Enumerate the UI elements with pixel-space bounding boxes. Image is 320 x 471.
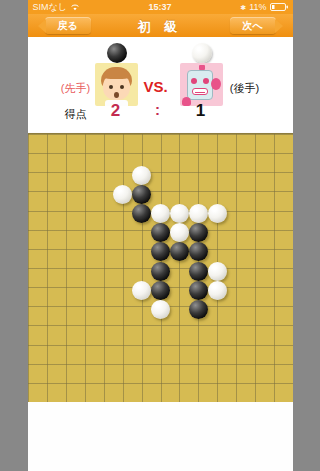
black-stone	[189, 300, 208, 319]
match-info-panel: (先手) (後手) VS. 得点 2 : 1	[28, 37, 293, 133]
black-stone-icon	[107, 43, 127, 63]
human-player-avatar	[95, 63, 138, 106]
black-stone	[132, 204, 151, 223]
board[interactable]	[28, 133, 293, 402]
nav-bar: 初 級 戻る 次へ	[28, 14, 293, 37]
score-label: 得点	[52, 107, 100, 122]
black-stone	[132, 185, 151, 204]
white-stone	[170, 223, 189, 242]
white-stone	[113, 185, 132, 204]
white-stone	[208, 262, 227, 281]
black-stone	[151, 242, 170, 261]
white-stone	[170, 204, 189, 223]
black-stone	[189, 242, 208, 261]
footer-blank-area	[28, 402, 293, 471]
vs-label: VS.	[136, 78, 176, 95]
white-stone	[189, 204, 208, 223]
next-button[interactable]: 次へ	[230, 17, 276, 34]
second-player-label: (後手)	[220, 81, 270, 96]
white-stone	[132, 281, 151, 300]
back-button[interactable]: 戻る	[45, 17, 91, 34]
black-stone	[189, 262, 208, 281]
white-stone	[208, 281, 227, 300]
first-player-label: (先手)	[51, 81, 101, 96]
white-stone	[151, 204, 170, 223]
black-stone	[151, 281, 170, 300]
black-stone	[189, 281, 208, 300]
score-separator: :	[143, 101, 173, 118]
white-stone	[151, 300, 170, 319]
black-stone	[151, 223, 170, 242]
black-stone	[189, 223, 208, 242]
white-stone	[208, 204, 227, 223]
status-bar: SIMなし 15:37 ✱ 11%	[28, 0, 293, 14]
app-screen: SIMなし 15:37 ✱ 11% 初 級 戻る 次へ	[28, 0, 293, 471]
black-score-value: 2	[101, 101, 131, 121]
black-stone	[170, 242, 189, 261]
black-stone	[151, 262, 170, 281]
robot-player-avatar	[180, 63, 223, 106]
white-stone-icon	[192, 43, 212, 63]
white-stone	[132, 166, 151, 185]
white-score-value: 1	[186, 101, 216, 121]
clock-label: 15:37	[28, 2, 293, 12]
